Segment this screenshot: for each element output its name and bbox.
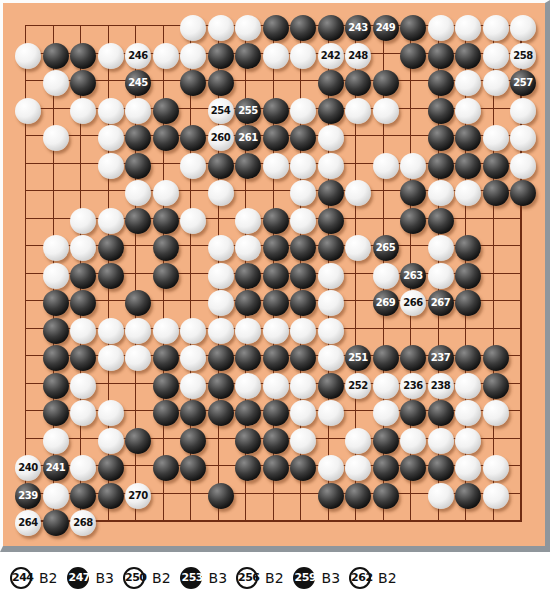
- white-stone: [290, 400, 316, 426]
- white-stone: [43, 428, 69, 454]
- white-stone: [235, 373, 261, 399]
- white-stone: [510, 15, 536, 41]
- black-stone: [70, 290, 96, 316]
- black-stone: [180, 400, 206, 426]
- black-stone: [318, 15, 344, 41]
- white-stone: [318, 263, 344, 289]
- black-stone: [263, 98, 289, 124]
- white-stone: [235, 235, 261, 261]
- black-stone: [428, 125, 454, 151]
- white-stone: [153, 318, 179, 344]
- go-game-screenshot: 2432492462422482582452572542552602612652…: [0, 0, 550, 604]
- white-stone: [208, 290, 234, 316]
- black-stone: [263, 235, 289, 261]
- black-stone: [125, 290, 151, 316]
- white-stone: [180, 153, 206, 179]
- white-stone: [180, 208, 206, 234]
- caption-move-number: 262: [349, 567, 371, 589]
- numbered-white-stone: 238: [428, 373, 454, 399]
- black-stone: [290, 290, 316, 316]
- black-stone: [235, 290, 261, 316]
- white-stone: [373, 400, 399, 426]
- black-stone: [290, 455, 316, 481]
- black-stone: [428, 208, 454, 234]
- white-stone: [510, 153, 536, 179]
- white-stone: [70, 455, 96, 481]
- numbered-black-stone: 261: [235, 125, 261, 151]
- black-stone: [153, 125, 179, 151]
- white-stone: [98, 428, 124, 454]
- white-stone: [263, 43, 289, 69]
- white-stone: [318, 345, 344, 371]
- black-stone: [125, 125, 151, 151]
- black-stone: [208, 373, 234, 399]
- black-stone: [43, 400, 69, 426]
- black-stone: [263, 400, 289, 426]
- white-stone: [455, 455, 481, 481]
- numbered-white-stone: 254: [208, 98, 234, 124]
- black-stone: [318, 208, 344, 234]
- black-stone: [208, 43, 234, 69]
- black-stone: [98, 455, 124, 481]
- white-stone: [318, 125, 344, 151]
- black-stone: [373, 70, 399, 96]
- white-stone: [98, 98, 124, 124]
- black-stone: [455, 125, 481, 151]
- white-stone: [428, 15, 454, 41]
- white-stone: [180, 373, 206, 399]
- black-stone: [263, 290, 289, 316]
- move-caption-bar: 244B2247B3250B2253B3256B2259B3262B2: [0, 552, 550, 604]
- black-stone: [263, 455, 289, 481]
- black-stone: [400, 400, 426, 426]
- caption-move-244: 244B2: [10, 567, 58, 589]
- white-stone: [125, 345, 151, 371]
- white-stone: [318, 153, 344, 179]
- black-stone: [455, 235, 481, 261]
- white-stone: [345, 180, 371, 206]
- black-stone: [153, 235, 179, 261]
- white-stone: [318, 318, 344, 344]
- black-stone: [180, 428, 206, 454]
- numbered-white-stone: 266: [400, 290, 426, 316]
- white-stone: [455, 428, 481, 454]
- black-stone: [263, 428, 289, 454]
- numbered-white-stone: 246: [125, 43, 151, 69]
- black-stone: [428, 455, 454, 481]
- black-stone: [483, 180, 509, 206]
- numbered-white-stone: 236: [400, 373, 426, 399]
- black-stone: [400, 15, 426, 41]
- white-stone: [428, 180, 454, 206]
- white-stone: [290, 180, 316, 206]
- caption-move-256: 256B2: [236, 567, 284, 589]
- black-stone: [43, 43, 69, 69]
- black-stone: [70, 43, 96, 69]
- black-stone: [455, 345, 481, 371]
- numbered-black-stone: 265: [373, 235, 399, 261]
- white-stone: [208, 263, 234, 289]
- numbered-white-stone: 264: [15, 510, 41, 536]
- white-stone: [318, 290, 344, 316]
- black-stone: [208, 400, 234, 426]
- white-stone: [235, 15, 261, 41]
- white-stone: [290, 208, 316, 234]
- white-stone: [98, 125, 124, 151]
- white-stone: [318, 400, 344, 426]
- caption-move-259: 259B3: [293, 567, 341, 589]
- white-stone: [15, 43, 41, 69]
- numbered-black-stone: 269: [373, 290, 399, 316]
- white-stone: [235, 208, 261, 234]
- numbered-white-stone: 258: [510, 43, 536, 69]
- white-stone: [483, 125, 509, 151]
- white-stone: [290, 43, 316, 69]
- white-stone: [483, 400, 509, 426]
- white-stone: [290, 428, 316, 454]
- caption-move-262: 262B2: [349, 567, 397, 589]
- white-stone: [428, 263, 454, 289]
- white-stone: [153, 180, 179, 206]
- caption-move-247: 247B3: [67, 567, 115, 589]
- black-stone: [208, 483, 234, 509]
- black-stone: [153, 345, 179, 371]
- black-stone: [318, 373, 344, 399]
- numbered-black-stone: 263: [400, 263, 426, 289]
- black-stone: [43, 510, 69, 536]
- black-stone: [235, 400, 261, 426]
- white-stone: [290, 373, 316, 399]
- black-stone: [400, 455, 426, 481]
- black-stone: [400, 43, 426, 69]
- white-stone: [263, 373, 289, 399]
- numbered-white-stone: 268: [70, 510, 96, 536]
- white-stone: [483, 15, 509, 41]
- black-stone: [70, 263, 96, 289]
- black-stone: [263, 125, 289, 151]
- white-stone: [125, 98, 151, 124]
- caption-move-253: 253B3: [180, 567, 228, 589]
- black-stone: [483, 345, 509, 371]
- caption-move-number: 253: [180, 567, 202, 589]
- numbered-white-stone: 242: [318, 43, 344, 69]
- caption-move-number: 247: [67, 567, 89, 589]
- black-stone: [400, 180, 426, 206]
- white-stone: [455, 98, 481, 124]
- white-stone: [98, 400, 124, 426]
- white-stone: [43, 70, 69, 96]
- black-stone: [98, 263, 124, 289]
- white-stone: [180, 15, 206, 41]
- white-stone: [428, 428, 454, 454]
- white-stone: [98, 208, 124, 234]
- black-stone: [510, 180, 536, 206]
- caption-move-point: B3: [96, 570, 115, 586]
- white-stone: [483, 455, 509, 481]
- black-stone: [318, 70, 344, 96]
- white-stone: [70, 400, 96, 426]
- white-stone: [208, 180, 234, 206]
- white-stone: [400, 153, 426, 179]
- black-stone: [208, 70, 234, 96]
- black-stone: [235, 428, 261, 454]
- black-stone: [43, 318, 69, 344]
- white-stone: [510, 125, 536, 151]
- black-stone: [318, 483, 344, 509]
- white-stone: [208, 235, 234, 261]
- white-stone: [125, 180, 151, 206]
- black-stone: [318, 98, 344, 124]
- white-stone: [208, 318, 234, 344]
- white-stone: [43, 483, 69, 509]
- caption-move-point: B2: [39, 570, 58, 586]
- numbered-black-stone: 245: [125, 70, 151, 96]
- white-stone: [428, 483, 454, 509]
- caption-move-point: B2: [265, 570, 284, 586]
- white-stone: [180, 43, 206, 69]
- black-stone: [318, 235, 344, 261]
- numbered-white-stone: 240: [15, 455, 41, 481]
- white-stone: [428, 235, 454, 261]
- black-stone: [455, 153, 481, 179]
- black-stone: [208, 345, 234, 371]
- numbered-black-stone: 267: [428, 290, 454, 316]
- white-stone: [263, 318, 289, 344]
- black-stone: [428, 153, 454, 179]
- caption-move-number: 244: [10, 567, 32, 589]
- black-stone: [373, 455, 399, 481]
- caption-move-point: B2: [378, 570, 397, 586]
- white-stone: [180, 318, 206, 344]
- white-stone: [483, 43, 509, 69]
- white-stone: [455, 400, 481, 426]
- white-stone: [43, 235, 69, 261]
- black-stone: [235, 263, 261, 289]
- black-stone: [263, 208, 289, 234]
- caption-move-number: 256: [236, 567, 258, 589]
- black-stone: [43, 345, 69, 371]
- black-stone: [373, 345, 399, 371]
- numbered-black-stone: 249: [373, 15, 399, 41]
- white-stone: [290, 318, 316, 344]
- caption-move-point: B3: [322, 570, 341, 586]
- white-stone: [98, 153, 124, 179]
- numbered-white-stone: 260: [208, 125, 234, 151]
- white-stone: [345, 235, 371, 261]
- white-stone: [70, 318, 96, 344]
- numbered-white-stone: 252: [345, 373, 371, 399]
- black-stone: [455, 290, 481, 316]
- white-stone: [455, 180, 481, 206]
- numbered-white-stone: 270: [125, 483, 151, 509]
- black-stone: [345, 70, 371, 96]
- white-stone: [345, 98, 371, 124]
- white-stone: [483, 70, 509, 96]
- black-stone: [235, 43, 261, 69]
- white-stone: [483, 483, 509, 509]
- black-stone: [318, 180, 344, 206]
- black-stone: [483, 153, 509, 179]
- black-stone: [455, 43, 481, 69]
- white-stone: [43, 125, 69, 151]
- black-stone: [153, 455, 179, 481]
- white-stone: [373, 263, 399, 289]
- white-stone: [98, 345, 124, 371]
- black-stone: [43, 373, 69, 399]
- black-stone: [263, 15, 289, 41]
- black-stone: [153, 400, 179, 426]
- white-stone: [290, 153, 316, 179]
- black-stone: [290, 15, 316, 41]
- white-stone: [318, 455, 344, 481]
- black-stone: [428, 400, 454, 426]
- black-stone: [153, 98, 179, 124]
- black-stone: [400, 345, 426, 371]
- black-stone: [180, 70, 206, 96]
- black-stone: [153, 208, 179, 234]
- white-stone: [98, 43, 124, 69]
- white-stone: [125, 318, 151, 344]
- black-stone: [290, 263, 316, 289]
- black-stone: [455, 483, 481, 509]
- black-stone: [373, 483, 399, 509]
- black-stone: [290, 125, 316, 151]
- black-stone: [153, 263, 179, 289]
- black-stone: [263, 263, 289, 289]
- black-stone: [290, 235, 316, 261]
- numbered-black-stone: 237: [428, 345, 454, 371]
- black-stone: [235, 153, 261, 179]
- black-stone: [263, 345, 289, 371]
- white-stone: [43, 263, 69, 289]
- black-stone: [70, 345, 96, 371]
- caption-move-point: B2: [152, 570, 171, 586]
- black-stone: [455, 263, 481, 289]
- white-stone: [345, 428, 371, 454]
- white-stone: [70, 235, 96, 261]
- caption-move-point: B3: [209, 570, 228, 586]
- black-stone: [428, 70, 454, 96]
- numbered-black-stone: 243: [345, 15, 371, 41]
- black-stone: [125, 428, 151, 454]
- black-stone: [125, 153, 151, 179]
- numbered-black-stone: 239: [15, 483, 41, 509]
- caption-move-number: 250: [123, 567, 145, 589]
- black-stone: [400, 208, 426, 234]
- black-stone: [98, 483, 124, 509]
- black-stone: [125, 208, 151, 234]
- black-stone: [180, 455, 206, 481]
- white-stone: [153, 43, 179, 69]
- white-stone: [70, 98, 96, 124]
- black-stone: [290, 345, 316, 371]
- black-stone: [180, 125, 206, 151]
- black-stone: [153, 373, 179, 399]
- white-stone: [15, 98, 41, 124]
- numbered-black-stone: 241: [43, 455, 69, 481]
- white-stone: [290, 98, 316, 124]
- numbered-black-stone: 255: [235, 98, 261, 124]
- black-stone: [70, 70, 96, 96]
- numbered-black-stone: 251: [345, 345, 371, 371]
- white-stone: [98, 318, 124, 344]
- caption-move-250: 250B2: [123, 567, 171, 589]
- white-stone: [180, 345, 206, 371]
- black-stone: [235, 455, 261, 481]
- black-stone: [70, 483, 96, 509]
- black-stone: [208, 153, 234, 179]
- numbered-black-stone: 257: [510, 70, 536, 96]
- go-board[interactable]: 2432492462422482582452572542552602612652…: [0, 0, 550, 552]
- white-stone: [373, 373, 399, 399]
- black-stone: [428, 98, 454, 124]
- white-stone: [455, 373, 481, 399]
- black-stone: [98, 235, 124, 261]
- white-stone: [208, 15, 234, 41]
- white-stone: [70, 208, 96, 234]
- white-stone: [235, 318, 261, 344]
- black-stone: [235, 345, 261, 371]
- white-stone: [263, 153, 289, 179]
- white-stone: [70, 373, 96, 399]
- white-stone: [510, 98, 536, 124]
- white-stone: [455, 70, 481, 96]
- numbered-white-stone: 248: [345, 43, 371, 69]
- black-stone: [345, 483, 371, 509]
- white-stone: [373, 153, 399, 179]
- black-stone: [43, 290, 69, 316]
- white-stone: [400, 428, 426, 454]
- white-stone: [345, 455, 371, 481]
- white-stone: [373, 98, 399, 124]
- black-stone: [428, 43, 454, 69]
- black-stone: [483, 373, 509, 399]
- black-stone: [373, 428, 399, 454]
- white-stone: [455, 15, 481, 41]
- caption-move-number: 259: [293, 567, 315, 589]
